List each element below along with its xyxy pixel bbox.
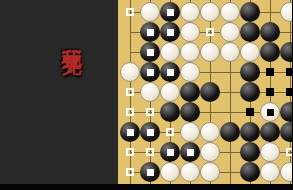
- black-stone: [240, 162, 260, 182]
- black-stone: [260, 122, 280, 142]
- white-territory-marker-icon: [146, 148, 154, 156]
- intersection-c8r6[interactable]: [260, 102, 280, 122]
- black-stone: [240, 142, 260, 162]
- intersection-c3r6[interactable]: [160, 102, 180, 122]
- white-stone: [280, 2, 292, 22]
- black-stone: [200, 82, 220, 102]
- intersection-c4r6[interactable]: [180, 102, 200, 122]
- white-stone: [180, 22, 200, 42]
- white-stone: [120, 62, 140, 82]
- intersection-c2r4[interactable]: [140, 62, 160, 82]
- intersection-c4r3[interactable]: [180, 42, 200, 62]
- intersection-c8r7[interactable]: [260, 122, 280, 142]
- black-territory-marker-icon: [286, 68, 292, 76]
- white-territory-marker-icon: [146, 108, 154, 116]
- intersection-c9r8[interactable]: [280, 142, 292, 162]
- intersection-c5r2[interactable]: [200, 22, 220, 42]
- intersection-c7r7[interactable]: [240, 122, 260, 142]
- screen: 我死完了: [0, 0, 292, 190]
- dead-stone-marker-icon: [147, 169, 154, 176]
- black-stone: [260, 22, 280, 42]
- intersection-c7r2[interactable]: [240, 22, 260, 42]
- intersection-c8r5[interactable]: [260, 82, 280, 102]
- dead-stone-marker-icon: [147, 129, 154, 136]
- black-territory-marker-icon: [246, 108, 254, 116]
- white-stone: [200, 122, 220, 142]
- black-stone: [240, 82, 260, 102]
- intersection-c8r1[interactable]: [260, 2, 280, 22]
- intersection-c1r8[interactable]: [120, 142, 140, 162]
- dead-stone-marker-icon: [167, 9, 174, 16]
- white-stone: [260, 162, 280, 182]
- intersection-c7r1[interactable]: [240, 2, 260, 22]
- white-stone: [220, 22, 240, 42]
- dead-stone-marker-icon: [147, 69, 154, 76]
- black-stone: [240, 122, 260, 142]
- intersection-c9r4[interactable]: [280, 62, 292, 82]
- white-stone: [180, 162, 200, 182]
- white-stone: [140, 2, 160, 22]
- dead-stone-marker-icon: [187, 149, 194, 156]
- white-territory-marker-icon: [166, 128, 174, 136]
- black-stone: [280, 42, 292, 62]
- intersection-c1r5[interactable]: [120, 82, 140, 102]
- black-stone: [280, 102, 292, 122]
- intersection-c4r8[interactable]: [180, 142, 200, 162]
- black-stone: [160, 102, 180, 122]
- intersection-c2r1[interactable]: [140, 2, 160, 22]
- white-territory-marker-icon: [126, 148, 134, 156]
- white-stone: [180, 2, 200, 22]
- white-stone: [200, 162, 220, 182]
- dead-stone-marker-icon: [167, 69, 174, 76]
- intersection-c8r8[interactable]: [260, 142, 280, 162]
- dead-stone-marker-icon: [147, 29, 154, 36]
- intersection-c9r6[interactable]: [280, 102, 292, 122]
- intersection-c3r1[interactable]: [160, 2, 180, 22]
- intersection-c2r7[interactable]: [140, 122, 160, 142]
- intersection-c6r8[interactable]: [220, 142, 240, 162]
- dead-stone-marker-icon: [267, 109, 274, 116]
- intersection-c5r6[interactable]: [200, 102, 220, 122]
- caption-text: 我死完了: [60, 32, 84, 44]
- intersection-c9r9[interactable]: [280, 162, 292, 182]
- white-stone: [160, 162, 180, 182]
- dead-stone-marker-icon: [147, 49, 154, 56]
- black-stone: [180, 82, 200, 102]
- intersection-c9r7[interactable]: [280, 122, 292, 142]
- intersection-c7r3[interactable]: [240, 42, 260, 62]
- intersection-c1r4[interactable]: [120, 62, 140, 82]
- intersection-c8r4[interactable]: [260, 62, 280, 82]
- intersection-c8r9[interactable]: [260, 162, 280, 182]
- intersection-c3r2[interactable]: [160, 22, 180, 42]
- black-territory-marker-icon: [286, 88, 292, 96]
- intersection-c7r6[interactable]: [240, 102, 260, 122]
- intersection-c5r5[interactable]: [200, 82, 220, 102]
- intersection-c1r2[interactable]: [120, 22, 140, 42]
- white-stone: [160, 42, 180, 62]
- intersection-c4r1[interactable]: [180, 2, 200, 22]
- intersection-c1r9[interactable]: [120, 162, 140, 182]
- bottom-bar: [0, 184, 292, 190]
- intersection-c2r8[interactable]: [140, 142, 160, 162]
- intersection-c2r3[interactable]: [140, 42, 160, 62]
- intersection-c4r4[interactable]: [180, 62, 200, 82]
- intersection-c5r7[interactable]: [200, 122, 220, 142]
- intersection-c5r1[interactable]: [200, 2, 220, 22]
- go-board[interactable]: [118, 0, 292, 184]
- white-stone: [180, 122, 200, 142]
- black-stone: [260, 42, 280, 62]
- black-territory-marker-icon: [266, 68, 274, 76]
- intersection-c3r8[interactable]: [160, 142, 180, 162]
- white-territory-marker-icon: [286, 148, 293, 156]
- white-stone: [240, 42, 260, 62]
- intersection-c4r7[interactable]: [180, 122, 200, 142]
- intersection-c5r8[interactable]: [200, 142, 220, 162]
- intersection-c2r9[interactable]: [140, 162, 160, 182]
- black-stone: [280, 122, 292, 142]
- white-stone: [200, 142, 220, 162]
- black-territory-marker-icon: [266, 88, 274, 96]
- intersection-c6r1[interactable]: [220, 2, 240, 22]
- intersection-c5r4[interactable]: [200, 62, 220, 82]
- intersection-c3r7[interactable]: [160, 122, 180, 142]
- intersection-c3r3[interactable]: [160, 42, 180, 62]
- black-stone: [240, 2, 260, 22]
- black-stone: [240, 22, 260, 42]
- intersection-c6r4[interactable]: [220, 62, 240, 82]
- intersection-c5r9[interactable]: [200, 162, 220, 182]
- white-territory-marker-icon: [126, 108, 134, 116]
- intersection-c6r6[interactable]: [220, 102, 240, 122]
- intersection-c1r3[interactable]: [120, 42, 140, 62]
- intersection-c9r5[interactable]: [280, 82, 292, 102]
- intersection-c3r5[interactable]: [160, 82, 180, 102]
- white-stone: [200, 42, 220, 62]
- intersection-c8r3[interactable]: [260, 42, 280, 62]
- white-stone: [180, 62, 200, 82]
- intersection-c7r8[interactable]: [240, 142, 260, 162]
- intersection-c8r2[interactable]: [260, 22, 280, 42]
- intersection-c2r6[interactable]: [140, 102, 160, 122]
- white-territory-marker-icon: [206, 28, 214, 36]
- black-stone: [240, 62, 260, 82]
- intersection-c2r2[interactable]: [140, 22, 160, 42]
- white-stone: [220, 2, 240, 22]
- intersection-c3r9[interactable]: [160, 162, 180, 182]
- white-stone: [220, 42, 240, 62]
- intersection-c9r1[interactable]: [280, 2, 292, 22]
- intersection-c9r3[interactable]: [280, 42, 292, 62]
- white-territory-marker-icon: [126, 168, 134, 176]
- intersection-c4r5[interactable]: [180, 82, 200, 102]
- intersection-c7r4[interactable]: [240, 62, 260, 82]
- intersection-c1r6[interactable]: [120, 102, 140, 122]
- white-stone: [160, 82, 180, 102]
- dead-stone-marker-icon: [167, 29, 174, 36]
- white-stone: [200, 2, 220, 22]
- dead-stone-marker-icon: [127, 129, 134, 136]
- white-territory-marker-icon: [126, 8, 134, 16]
- intersection-c4r9[interactable]: [180, 162, 200, 182]
- black-stone: [220, 122, 240, 142]
- dead-stone-marker-icon: [167, 149, 174, 156]
- intersection-c6r3[interactable]: [220, 42, 240, 62]
- intersection-c9r2[interactable]: [280, 22, 292, 42]
- intersection-c6r5[interactable]: [220, 82, 240, 102]
- white-territory-marker-icon: [126, 88, 134, 96]
- intersection-c4r2[interactable]: [180, 22, 200, 42]
- left-panel: 我死完了: [0, 0, 118, 184]
- intersection-c2r5[interactable]: [140, 82, 160, 102]
- intersection-c5r3[interactable]: [200, 42, 220, 62]
- intersection-c6r7[interactable]: [220, 122, 240, 142]
- intersection-c1r7[interactable]: [120, 122, 140, 142]
- white-stone: [260, 142, 280, 162]
- intersection-c6r2[interactable]: [220, 22, 240, 42]
- intersection-c3r4[interactable]: [160, 62, 180, 82]
- white-stone: [280, 162, 292, 182]
- black-stone: [180, 102, 200, 122]
- intersection-c1r1[interactable]: [120, 2, 140, 22]
- intersection-c7r9[interactable]: [240, 162, 260, 182]
- white-stone: [180, 42, 200, 62]
- intersection-c6r9[interactable]: [220, 162, 240, 182]
- intersection-c7r5[interactable]: [240, 82, 260, 102]
- white-stone: [140, 82, 160, 102]
